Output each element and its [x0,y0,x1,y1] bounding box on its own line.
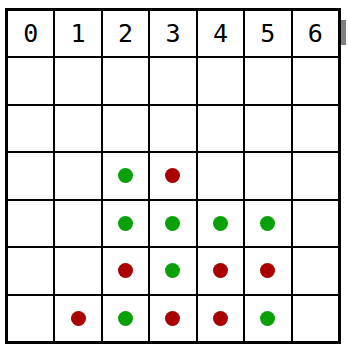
green-disc [118,168,133,183]
red-disc [165,311,180,326]
cell-r3-c5[interactable] [245,201,290,246]
cell-r5-c2[interactable] [103,296,148,341]
cell-r2-c1[interactable] [55,153,100,198]
cell-r2-c6[interactable] [293,153,338,198]
red-disc [260,263,275,278]
cell-r4-c4[interactable] [198,248,243,293]
green-disc [165,216,180,231]
cell-r5-c6[interactable] [293,296,338,341]
column-header-1[interactable]: 1 [55,11,100,56]
green-disc [213,216,228,231]
red-disc [71,311,86,326]
cell-r3-c3[interactable] [150,201,195,246]
column-header-4[interactable]: 4 [198,11,243,56]
cell-r2-c0[interactable] [8,153,53,198]
red-disc [213,311,228,326]
cell-r4-c6[interactable] [293,248,338,293]
scrollbar-thumb[interactable] [341,20,346,45]
column-header-2[interactable]: 2 [103,11,148,56]
cell-r3-c0[interactable] [8,201,53,246]
cell-r3-c2[interactable] [103,201,148,246]
cell-r0-c0[interactable] [8,58,53,103]
connect-four-app: 0123456 [0,0,348,353]
cell-r4-c2[interactable] [103,248,148,293]
cell-r1-c2[interactable] [103,106,148,151]
cell-r0-c5[interactable] [245,58,290,103]
cell-r3-c4[interactable] [198,201,243,246]
red-disc [213,263,228,278]
green-disc [118,216,133,231]
cell-r5-c4[interactable] [198,296,243,341]
column-header-5[interactable]: 5 [245,11,290,56]
cell-r2-c3[interactable] [150,153,195,198]
red-disc [165,168,180,183]
cell-r0-c4[interactable] [198,58,243,103]
cell-r5-c5[interactable] [245,296,290,341]
cell-r4-c3[interactable] [150,248,195,293]
green-disc [260,311,275,326]
cell-r1-c4[interactable] [198,106,243,151]
cell-r4-c1[interactable] [55,248,100,293]
cell-r2-c2[interactable] [103,153,148,198]
cell-r5-c3[interactable] [150,296,195,341]
cell-r0-c1[interactable] [55,58,100,103]
cell-r0-c3[interactable] [150,58,195,103]
column-header-0[interactable]: 0 [8,11,53,56]
green-disc [260,216,275,231]
cell-r2-c5[interactable] [245,153,290,198]
cell-r3-c6[interactable] [293,201,338,246]
connect-four-board: 0123456 [5,8,341,344]
cell-r5-c1[interactable] [55,296,100,341]
cell-r1-c3[interactable] [150,106,195,151]
cell-r0-c2[interactable] [103,58,148,103]
cell-r5-c0[interactable] [8,296,53,341]
red-disc [118,263,133,278]
green-disc [165,263,180,278]
cell-r1-c0[interactable] [8,106,53,151]
cell-r4-c5[interactable] [245,248,290,293]
cell-r4-c0[interactable] [8,248,53,293]
cell-r2-c4[interactable] [198,153,243,198]
cell-r1-c5[interactable] [245,106,290,151]
column-header-6[interactable]: 6 [293,11,338,56]
green-disc [118,311,133,326]
cell-r0-c6[interactable] [293,58,338,103]
column-header-3[interactable]: 3 [150,11,195,56]
cell-r1-c6[interactable] [293,106,338,151]
cell-r1-c1[interactable] [55,106,100,151]
cell-r3-c1[interactable] [55,201,100,246]
